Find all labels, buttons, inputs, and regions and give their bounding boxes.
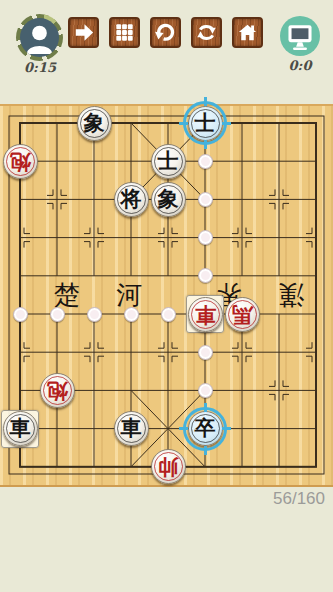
grid-menu-button[interactable] [109, 17, 140, 48]
rotate-ccw-icon [153, 20, 178, 45]
piece-character: 炮 [47, 373, 68, 408]
piece-black-chariot[interactable]: 車 [114, 411, 149, 446]
target-tick [179, 122, 188, 125]
target-tick [204, 97, 207, 106]
move-dot[interactable] [87, 307, 102, 322]
computer-monitor-icon [280, 16, 320, 56]
piece-black-chariot[interactable]: 車 [3, 411, 38, 446]
piece-character: 馬 [232, 297, 253, 332]
move-dot[interactable] [198, 154, 213, 169]
piece-black-general[interactable]: 将 [114, 182, 149, 217]
capture-target-ring [183, 407, 227, 451]
piece-black-elephant[interactable]: 象 [151, 182, 186, 217]
home-button[interactable] [232, 17, 263, 48]
target-tick [222, 427, 231, 430]
move-dot[interactable] [13, 307, 28, 322]
home-icon [235, 20, 260, 45]
target-tick [204, 403, 207, 412]
move-dot[interactable] [198, 230, 213, 245]
player-avatar [16, 14, 63, 61]
move-dot[interactable] [124, 307, 139, 322]
piece-character: 炮 [10, 144, 31, 179]
move-dot[interactable] [50, 307, 65, 322]
player-timer: 0:15 [16, 60, 64, 75]
piece-character: 将 [121, 182, 142, 217]
computer-opponent-avatar [280, 16, 320, 56]
capture-target-ring [183, 101, 227, 145]
xiangqi-app: 0:15 [0, 0, 333, 592]
forward-button[interactable] [68, 17, 99, 48]
target-tick [222, 122, 231, 125]
xiangqi-board: 楚 河 漢 界 象士炮士将象車馬炮車車卒帅 [0, 104, 333, 487]
target-tick [179, 427, 188, 430]
piece-red-cannon[interactable]: 炮 [3, 144, 38, 179]
opponent-timer: 0:0 [276, 58, 324, 73]
river-label-chu-he: 楚 河 [54, 281, 156, 309]
piece-character: 車 [195, 297, 216, 332]
piece-red-chariot[interactable]: 車 [188, 297, 223, 332]
piece-black-advisor[interactable]: 士 [151, 144, 186, 179]
piece-character: 車 [10, 411, 31, 446]
piece-character: 帅 [158, 449, 179, 484]
swap-arrows-icon [194, 20, 219, 45]
target-tick [204, 446, 207, 455]
move-dot[interactable] [198, 268, 213, 283]
piece-character: 車 [121, 411, 142, 446]
move-counter: 56/160 [273, 489, 325, 509]
arrow-right-icon [71, 20, 96, 45]
piece-character: 象 [84, 106, 105, 141]
person-icon [20, 18, 59, 57]
piece-red-general[interactable]: 帅 [151, 449, 186, 484]
piece-red-horse[interactable]: 馬 [225, 297, 260, 332]
move-dot[interactable] [198, 383, 213, 398]
piece-black-elephant[interactable]: 象 [77, 106, 112, 141]
piece-red-cannon[interactable]: 炮 [40, 373, 75, 408]
undo-button[interactable] [150, 17, 181, 48]
swap-sides-button[interactable] [191, 17, 222, 48]
grid-3x3-icon [112, 20, 137, 45]
piece-character: 士 [158, 144, 179, 179]
piece-character: 象 [158, 182, 179, 217]
target-tick [204, 140, 207, 149]
move-dot[interactable] [198, 192, 213, 207]
move-dot[interactable] [161, 307, 176, 322]
move-dot[interactable] [198, 345, 213, 360]
